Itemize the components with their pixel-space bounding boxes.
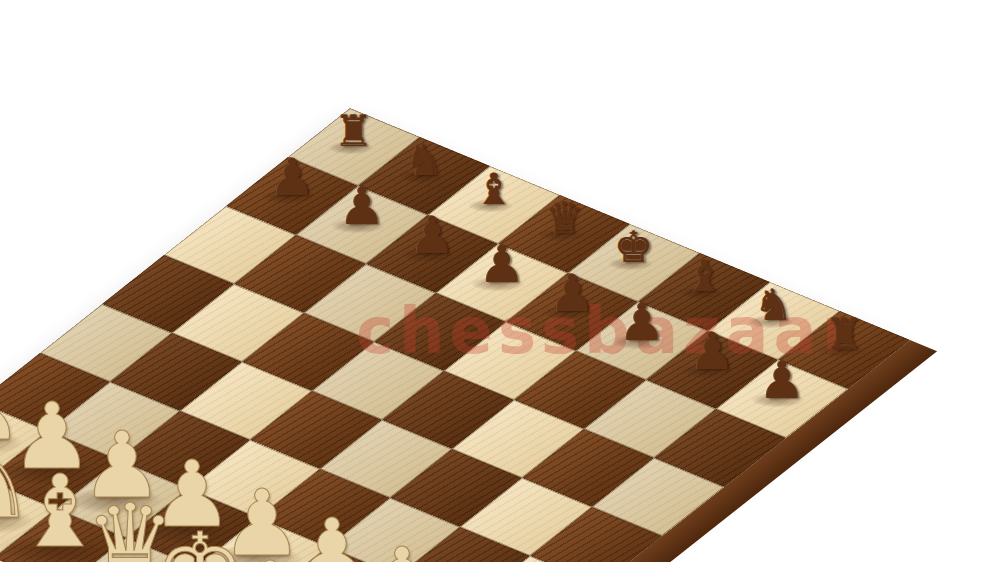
chess-set-photo: ♜♞♝♛♚♝♞♜♟♟♟♟♟♟♟♟♟♟♟♟♟♟♟♟♜♞♝♛♚♝♞♜ chessba… bbox=[0, 0, 1000, 562]
chess-board bbox=[0, 108, 910, 562]
